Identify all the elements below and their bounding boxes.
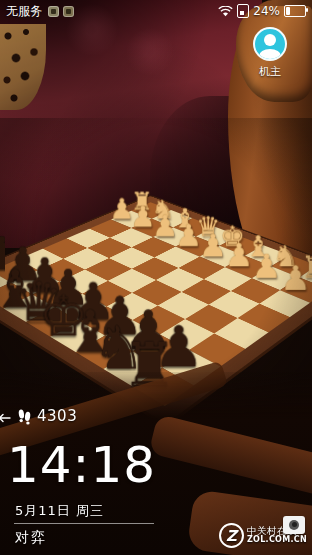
avatar[interactable] — [253, 27, 287, 61]
avatar-person-icon — [259, 49, 281, 61]
carrier-label: 无服务 — [6, 3, 42, 20]
wifi-icon — [218, 6, 233, 17]
battery-icon — [284, 5, 306, 17]
board-square — [132, 257, 179, 280]
sim-card-icon — [237, 4, 249, 18]
watermark-domain: ZOL.COM.CN — [247, 536, 307, 545]
status-bar: 无服务 24% — [0, 0, 312, 22]
wallpaper-caption: 对弈 — [15, 529, 47, 547]
camera-icon — [283, 516, 305, 534]
slide-left-arrow-icon[interactable] — [0, 413, 11, 423]
zol-logo-icon: Z — [219, 523, 244, 548]
step-counter[interactable]: 4303 — [18, 407, 77, 425]
lock-clock: 14:18 — [7, 436, 156, 494]
battery-fill — [286, 7, 290, 15]
notification-icon[interactable] — [48, 6, 59, 17]
avatar-person-icon — [264, 34, 276, 46]
battery-percent: 24% — [253, 4, 280, 18]
lock-screen: ♜♞♝♛♚♝♞♜♟♟♟♟♟♟♟♟♟♟♟♟♟♟♟♟♜♞♝♛♚♝♞♜ 无服务 24%… — [0, 0, 312, 555]
board-square: ♞ — [0, 283, 32, 309]
notification-icon[interactable] — [63, 6, 74, 17]
zol-watermark: Z 中关村在线 ZOL.COM.CN — [219, 523, 307, 548]
owner-label: 机主 — [248, 64, 292, 79]
step-count: 4303 — [37, 407, 77, 425]
caption-divider — [14, 523, 154, 524]
footprints-icon — [18, 408, 31, 425]
lock-date: 5月11日 周三 — [15, 502, 104, 520]
owner-widget[interactable]: 机主 — [248, 27, 292, 79]
